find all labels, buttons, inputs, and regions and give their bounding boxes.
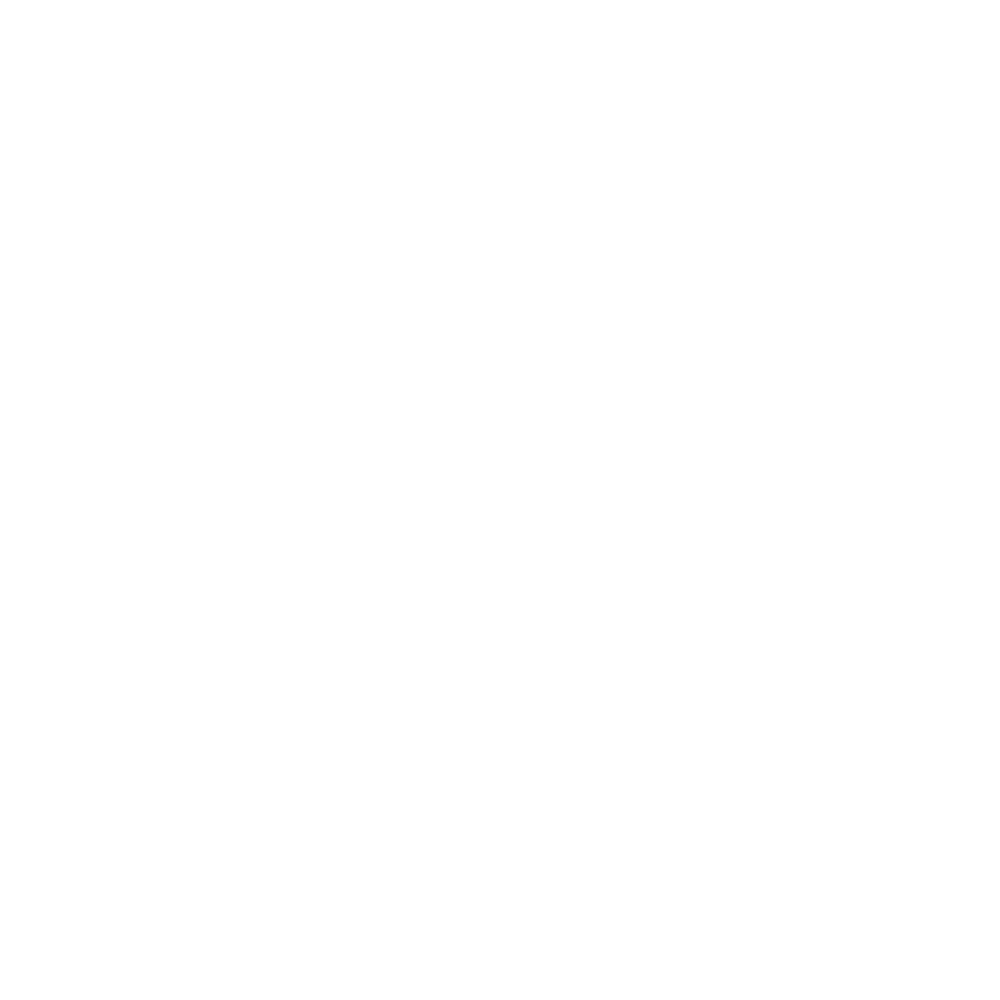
product-photo-stage [0,0,1000,1000]
